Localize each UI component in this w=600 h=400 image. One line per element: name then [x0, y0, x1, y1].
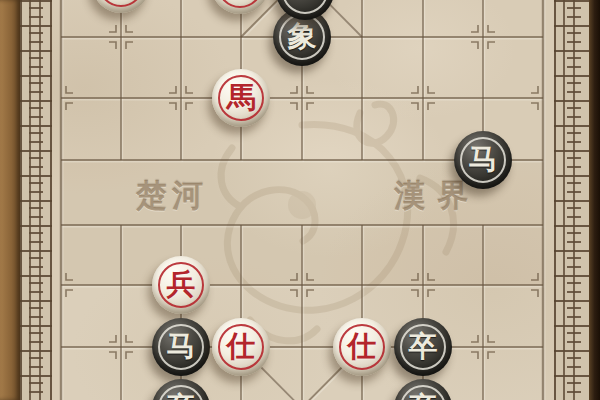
wood-frame-right	[589, 0, 600, 400]
piece-glyph: 卒	[409, 332, 438, 361]
piece-red-d8[interactable]: 仕	[212, 318, 270, 376]
piece-glyph: 马	[469, 145, 498, 174]
piece-red-c7[interactable]: 兵	[152, 256, 210, 314]
piece-black-g9[interactable]: 卒	[394, 379, 452, 400]
piece-glyph: 马	[167, 332, 196, 361]
piece-glyph: 卒	[167, 393, 196, 400]
piece-black-c9[interactable]: 卒	[152, 379, 210, 400]
piece-red-f8[interactable]: 仕	[333, 318, 391, 376]
piece-glyph: 象	[288, 22, 317, 51]
piece-glyph: 兵	[167, 270, 196, 299]
piece-ring	[217, 0, 263, 8]
piece-ring	[98, 0, 144, 7]
xiangqi-game-screenshot: 楚河 漢界 象 馬 马 兵 马 仕 仕 卒 卒 卒	[0, 0, 600, 400]
river-label-chu-he: 楚河	[136, 177, 208, 213]
piece-red-d4[interactable]: 馬	[212, 69, 270, 127]
piece-black-h5[interactable]: 马	[454, 131, 512, 189]
ornament-band-left	[20, 0, 52, 400]
wood-frame-left	[0, 0, 20, 400]
piece-red-b2[interactable]	[92, 0, 150, 13]
piece-glyph: 仕	[227, 332, 256, 361]
piece-red-d2[interactable]	[211, 0, 269, 14]
board-surface[interactable]: 楚河 漢界 象 馬 马 兵 马 仕 仕 卒 卒 卒	[0, 0, 600, 400]
piece-glyph: 仕	[348, 332, 377, 361]
piece-glyph: 卒	[409, 393, 438, 400]
piece-glyph: 馬	[227, 83, 256, 112]
piece-black-c8[interactable]: 马	[152, 318, 210, 376]
piece-black-g8[interactable]: 卒	[394, 318, 452, 376]
ornament-band-right	[554, 0, 593, 400]
piece-ring	[282, 0, 328, 14]
